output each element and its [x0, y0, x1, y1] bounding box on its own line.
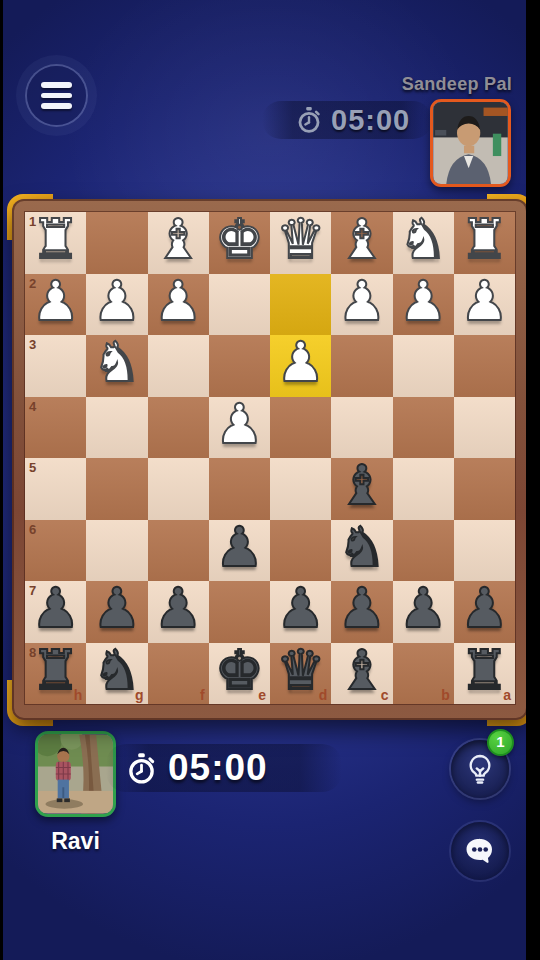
- file-label: f: [200, 687, 205, 703]
- square-f1[interactable]: ♝: [148, 212, 209, 274]
- square-d4[interactable]: [270, 397, 331, 459]
- piece-white-knight: ♞: [92, 335, 141, 390]
- square-g3[interactable]: ♞: [86, 335, 147, 397]
- board-frame: 1♜♝♚♛♝♞♜2♟♟♟♟♟♟3♞♟4♟5♝6♟♞7♟♟♟♟♟♟♟8h♜g♞fe…: [12, 199, 528, 720]
- square-h6[interactable]: 6: [25, 520, 86, 582]
- piece-black-pawn: ♟: [337, 581, 386, 636]
- square-a3[interactable]: [454, 335, 515, 397]
- square-h5[interactable]: 5: [25, 458, 86, 520]
- square-h8[interactable]: 8h♜: [25, 643, 86, 705]
- square-b4[interactable]: [393, 397, 454, 459]
- letterbox-bar: [526, 0, 540, 960]
- square-d1[interactable]: ♛: [270, 212, 331, 274]
- piece-white-pawn: ♟: [31, 274, 80, 329]
- square-e8[interactable]: e♚: [209, 643, 270, 705]
- piece-black-pawn: ♟: [153, 581, 202, 636]
- opponent-avatar[interactable]: [430, 99, 511, 187]
- piece-black-king: ♚: [215, 643, 264, 698]
- opponent-clock: 05:00: [262, 101, 432, 139]
- square-f2[interactable]: ♟: [148, 274, 209, 336]
- square-a6[interactable]: [454, 520, 515, 582]
- rank-label: 7: [29, 583, 36, 598]
- player-clock: 05:00: [106, 744, 342, 792]
- piece-black-pawn: ♟: [215, 520, 264, 575]
- square-f8[interactable]: f: [148, 643, 209, 705]
- square-b5[interactable]: [393, 458, 454, 520]
- square-f4[interactable]: [148, 397, 209, 459]
- square-b1[interactable]: ♞: [393, 212, 454, 274]
- piece-white-pawn: ♟: [337, 274, 386, 329]
- square-d3[interactable]: ♟: [270, 335, 331, 397]
- square-d7[interactable]: ♟: [270, 581, 331, 643]
- rank-label: 8: [29, 645, 36, 660]
- piece-black-pawn: ♟: [92, 581, 141, 636]
- chat-button[interactable]: [451, 822, 509, 880]
- piece-black-rook: ♜: [460, 643, 509, 698]
- square-e4[interactable]: ♟: [209, 397, 270, 459]
- square-b8[interactable]: b: [393, 643, 454, 705]
- file-label: d: [319, 687, 328, 703]
- piece-white-rook: ♜: [31, 212, 80, 267]
- square-f5[interactable]: [148, 458, 209, 520]
- menu-button[interactable]: [27, 66, 86, 125]
- square-h4[interactable]: 4: [25, 397, 86, 459]
- square-d2[interactable]: [270, 274, 331, 336]
- square-b3[interactable]: [393, 335, 454, 397]
- square-e2[interactable]: [209, 274, 270, 336]
- square-a7[interactable]: ♟: [454, 581, 515, 643]
- player-name: Ravi: [35, 828, 116, 855]
- file-label: e: [258, 687, 266, 703]
- square-g6[interactable]: [86, 520, 147, 582]
- square-g1[interactable]: [86, 212, 147, 274]
- piece-black-pawn: ♟: [276, 581, 325, 636]
- square-e7[interactable]: [209, 581, 270, 643]
- opponent-portrait: [433, 102, 508, 184]
- square-c5[interactable]: ♝: [331, 458, 392, 520]
- piece-black-pawn: ♟: [31, 581, 80, 636]
- square-b2[interactable]: ♟: [393, 274, 454, 336]
- piece-white-pawn: ♟: [215, 397, 264, 452]
- piece-white-knight: ♞: [398, 212, 447, 267]
- player-avatar[interactable]: [35, 731, 116, 817]
- square-c1[interactable]: ♝: [331, 212, 392, 274]
- piece-white-pawn: ♟: [398, 274, 447, 329]
- square-d5[interactable]: [270, 458, 331, 520]
- square-g8[interactable]: g♞: [86, 643, 147, 705]
- square-c3[interactable]: [331, 335, 392, 397]
- file-label: b: [441, 687, 450, 703]
- lightbulb-icon: [463, 752, 497, 786]
- piece-white-king: ♚: [215, 212, 264, 267]
- piece-white-bishop: ♝: [337, 212, 386, 267]
- file-label: h: [74, 687, 83, 703]
- square-g4[interactable]: [86, 397, 147, 459]
- player-clock-value: 05:00: [168, 747, 268, 789]
- square-d8[interactable]: d♛: [270, 643, 331, 705]
- square-h2[interactable]: 2♟: [25, 274, 86, 336]
- rank-label: 5: [29, 460, 36, 475]
- piece-black-bishop: ♝: [337, 643, 386, 698]
- piece-white-pawn: ♟: [153, 274, 202, 329]
- piece-white-bishop: ♝: [153, 212, 202, 267]
- square-g2[interactable]: ♟: [86, 274, 147, 336]
- square-e6[interactable]: ♟: [209, 520, 270, 582]
- square-c8[interactable]: c♝: [331, 643, 392, 705]
- hint-badge: 1: [487, 729, 514, 756]
- square-a8[interactable]: a♜: [454, 643, 515, 705]
- opponent-name: Sandeep Pal: [402, 74, 512, 95]
- opponent-clock-value: 05:00: [331, 104, 410, 137]
- piece-white-pawn: ♟: [276, 335, 325, 390]
- piece-white-rook: ♜: [460, 212, 509, 267]
- letterbox-bar: [0, 0, 3, 960]
- piece-black-pawn: ♟: [398, 581, 447, 636]
- square-f3[interactable]: [148, 335, 209, 397]
- square-c6[interactable]: ♞: [331, 520, 392, 582]
- stopwatch-icon: [296, 106, 322, 134]
- square-g7[interactable]: ♟: [86, 581, 147, 643]
- piece-white-queen: ♛: [276, 212, 325, 267]
- piece-white-pawn: ♟: [460, 274, 509, 329]
- piece-black-pawn: ♟: [460, 581, 509, 636]
- stopwatch-icon: [126, 752, 157, 785]
- square-f6[interactable]: [148, 520, 209, 582]
- rank-label: 2: [29, 276, 36, 291]
- square-h3[interactable]: 3: [25, 335, 86, 397]
- game-screen: Sandeep Pal 05:00: [0, 0, 540, 960]
- piece-white-pawn: ♟: [92, 274, 141, 329]
- rank-label: 6: [29, 522, 36, 537]
- file-label: g: [135, 687, 144, 703]
- square-b7[interactable]: ♟: [393, 581, 454, 643]
- square-a4[interactable]: [454, 397, 515, 459]
- square-c2[interactable]: ♟: [331, 274, 392, 336]
- piece-black-knight: ♞: [337, 520, 386, 575]
- hamburger-icon: [41, 82, 72, 88]
- player-portrait: [38, 734, 113, 814]
- rank-label: 4: [29, 399, 36, 414]
- square-h7[interactable]: 7♟: [25, 581, 86, 643]
- square-e1[interactable]: ♚: [209, 212, 270, 274]
- square-d6[interactable]: [270, 520, 331, 582]
- file-label: a: [503, 687, 511, 703]
- square-h1[interactable]: 1♜: [25, 212, 86, 274]
- square-e5[interactable]: [209, 458, 270, 520]
- square-a5[interactable]: [454, 458, 515, 520]
- rank-label: 1: [29, 214, 36, 229]
- square-b6[interactable]: [393, 520, 454, 582]
- square-f7[interactable]: ♟: [148, 581, 209, 643]
- square-a2[interactable]: ♟: [454, 274, 515, 336]
- square-c7[interactable]: ♟: [331, 581, 392, 643]
- square-g5[interactable]: [86, 458, 147, 520]
- rank-label: 3: [29, 337, 36, 352]
- square-c4[interactable]: [331, 397, 392, 459]
- square-e3[interactable]: [209, 335, 270, 397]
- file-label: c: [381, 687, 389, 703]
- square-a1[interactable]: ♜: [454, 212, 515, 274]
- chat-bubble-icon: [462, 833, 498, 869]
- piece-black-bishop: ♝: [337, 458, 386, 513]
- chess-board: 1♜♝♚♛♝♞♜2♟♟♟♟♟♟3♞♟4♟5♝6♟♞7♟♟♟♟♟♟♟8h♜g♞fe…: [25, 212, 515, 704]
